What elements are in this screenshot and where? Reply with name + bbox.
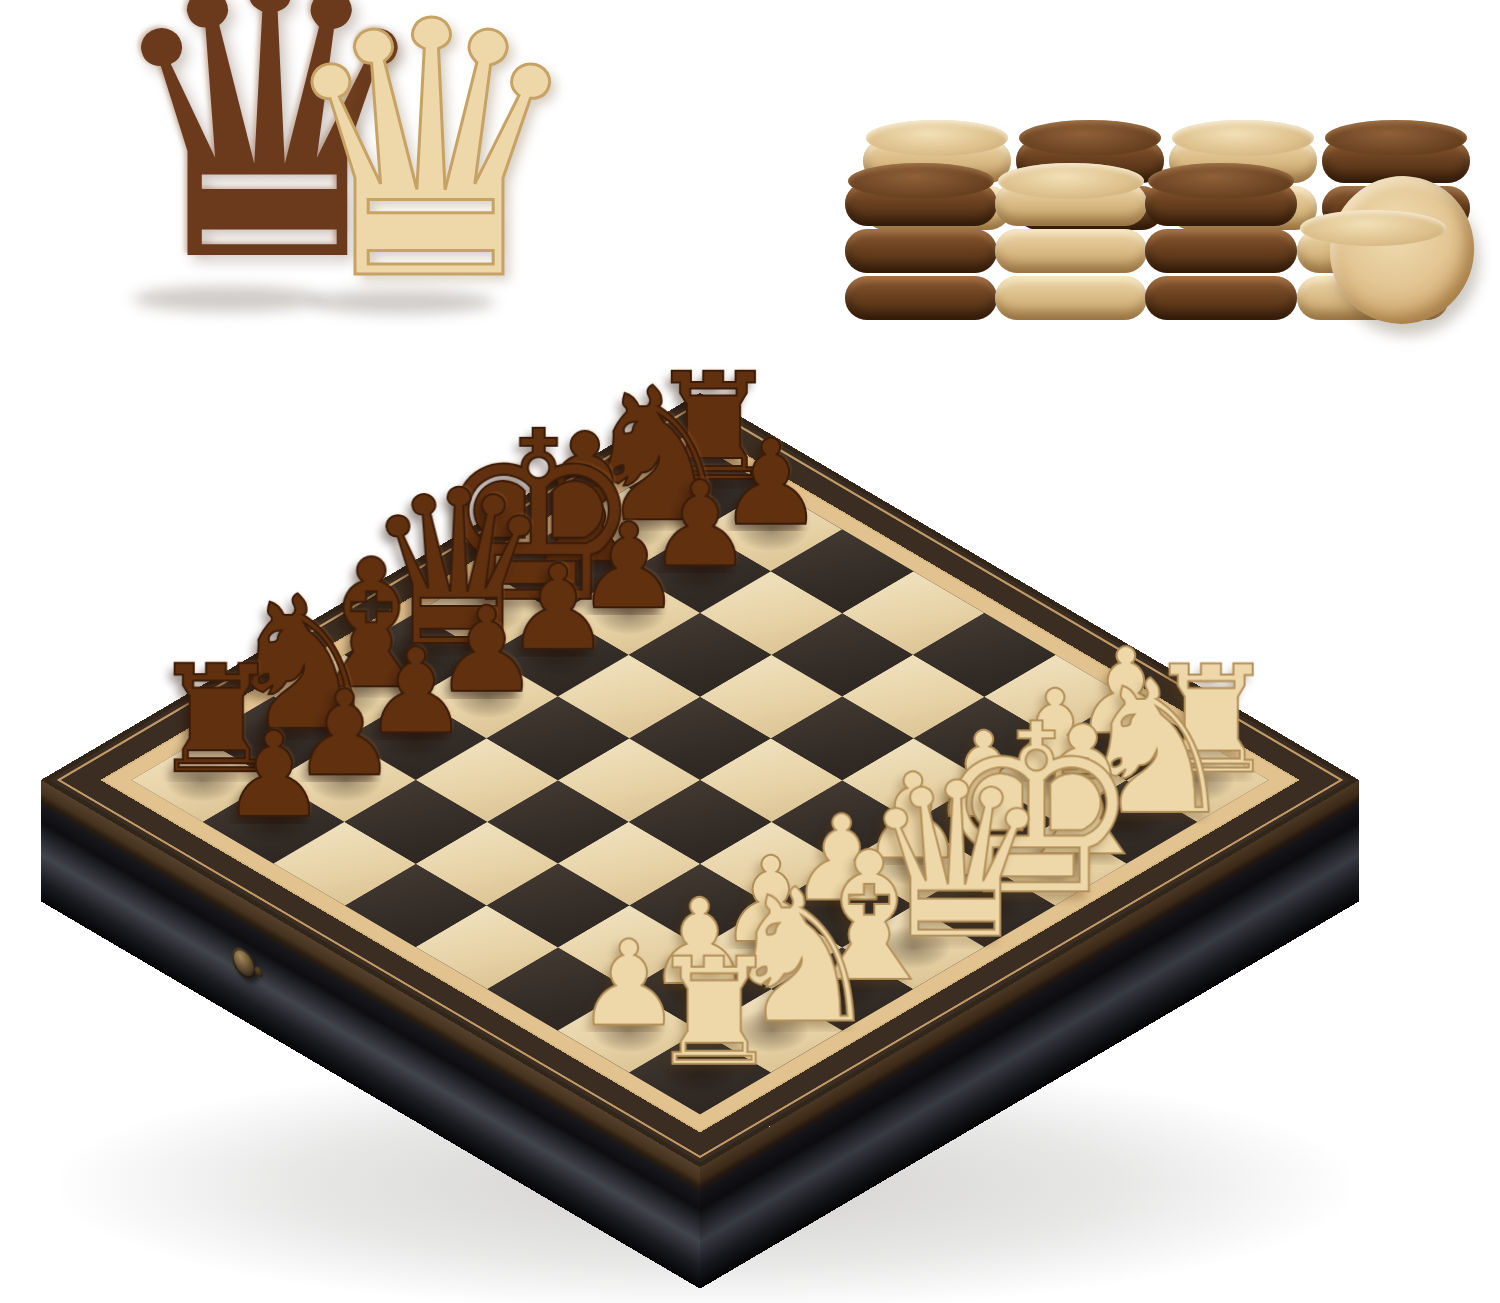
- white-rook-piece[interactable]: ♜: [647, 953, 748, 1074]
- chessboard-scene: ♜♟♟♜♞♟♟♞♝♟♟♝♚♟♟♚♛♟♟♛♝♟♟♝♞♟♟♞♜♟♟♜: [0, 0, 1500, 1303]
- black-pawn-piece[interactable]: ♟: [221, 727, 322, 824]
- chessboard: ♜♟♟♜♞♟♟♞♝♟♟♝♚♟♟♚♛♟♟♛♝♟♟♝♞♟♟♞♜♟♟♜: [41, 393, 1359, 1168]
- drawer-knob[interactable]: [232, 942, 256, 984]
- board-top-surface: ♜♟♟♜♞♟♟♞♝♟♟♝♚♟♟♚♛♟♟♛♝♟♟♝♞♟♟♞♜♟♟♜: [41, 393, 1359, 1168]
